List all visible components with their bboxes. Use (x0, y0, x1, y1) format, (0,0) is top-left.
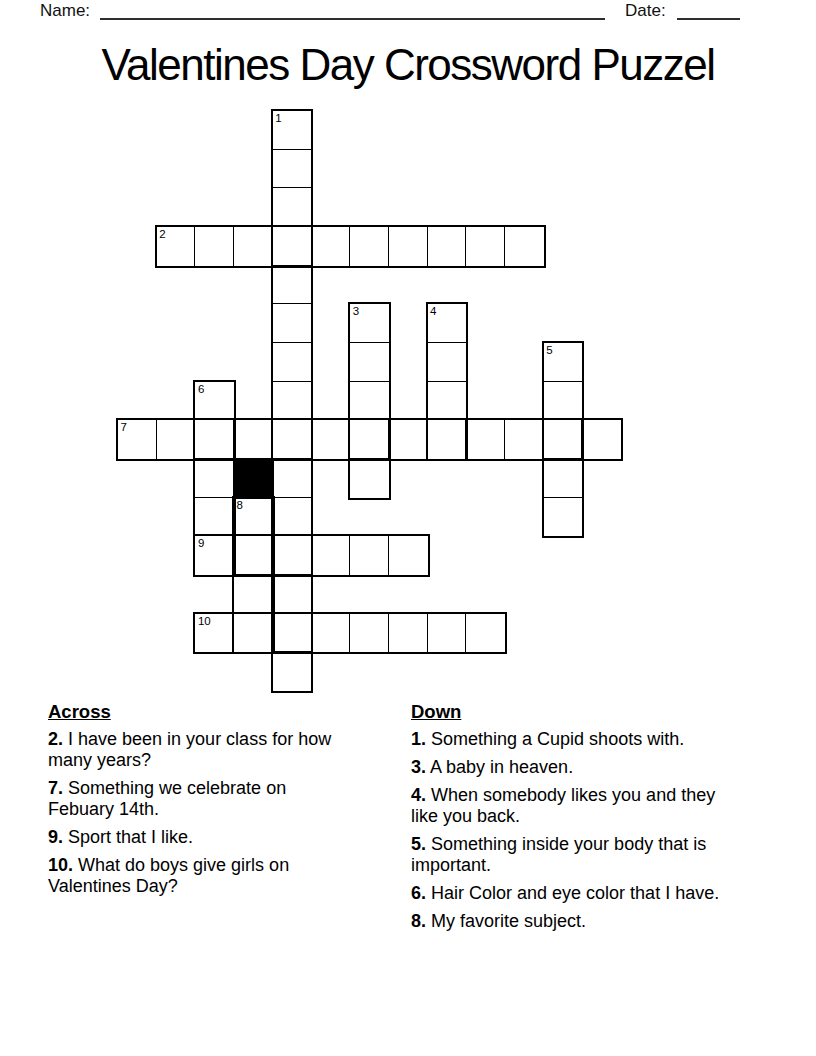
clue-down-5: 5. Something inside your body that is im… (411, 834, 738, 877)
grid-cell-4-13[interactable] (272, 613, 313, 654)
grid-cell-4-14[interactable] (272, 651, 313, 692)
clue-down-6: 6. Hair Color and eye color that I have. (411, 883, 738, 904)
grid-cell-8-7[interactable] (427, 381, 468, 422)
grid-cell-8-13[interactable] (427, 613, 468, 654)
grid-cell-4-6[interactable] (272, 342, 313, 383)
name-label: Name: (40, 1, 90, 21)
grid-cell-4-3[interactable] (272, 226, 313, 267)
grid-cell-3-11[interactable] (233, 535, 274, 576)
grid-cell-6-7[interactable] (349, 381, 390, 422)
grid-cell-6-8[interactable] (349, 419, 390, 460)
clue-down-1: 1. Something a Cupid shoots with. (411, 729, 738, 750)
grid-cell-7-3[interactable] (388, 226, 429, 267)
grid-cell-12-8[interactable] (581, 419, 622, 460)
grid-cell-4-0[interactable] (272, 110, 313, 151)
clue-number-label: 2. (48, 729, 63, 749)
grid-cell-2-7[interactable] (194, 381, 235, 422)
clue-number-label: 7. (48, 778, 63, 798)
grid-cell-4-9[interactable] (272, 458, 313, 499)
grid-cell-4-10[interactable] (272, 497, 313, 538)
grid-cell-4-8[interactable] (272, 419, 313, 460)
clue-number-label: 3. (411, 757, 426, 777)
grid-cell-10-3[interactable] (504, 226, 545, 267)
grid-cell-11-8[interactable] (543, 419, 584, 460)
across-clues-list: 2. I have been in your class for how man… (48, 729, 351, 898)
clue-down-3: 3. A baby in heaven. (411, 757, 738, 778)
grid-cell-8-5[interactable] (427, 303, 468, 344)
grid-cell-4-2[interactable] (272, 187, 313, 228)
clue-number-label: 6. (411, 883, 426, 903)
down-clues-list: 1. Something a Cupid shoots with.3. A ba… (411, 729, 738, 932)
grid-cell-10-8[interactable] (504, 419, 545, 460)
grid-cell-3-8[interactable] (233, 419, 274, 460)
grid-cell-6-6[interactable] (349, 342, 390, 383)
grid-cell-4-7[interactable] (272, 381, 313, 422)
grid-cell-4-1[interactable] (272, 149, 313, 190)
grid-cell-9-13[interactable] (465, 613, 506, 654)
grid-cell-2-8[interactable] (194, 419, 235, 460)
clue-down-8: 8. My favorite subject. (411, 911, 738, 932)
grid-cell-9-8[interactable] (465, 419, 506, 460)
grid-cell-7-11[interactable] (388, 535, 429, 576)
grid-cell-3-10[interactable] (233, 497, 274, 538)
grid-cell-8-6[interactable] (427, 342, 468, 383)
grid-cell-4-12[interactable] (272, 574, 313, 615)
clue-number-label: 5. (411, 834, 426, 854)
grid-cell-1-3[interactable] (156, 226, 197, 267)
blocked-cell (233, 458, 274, 499)
grid-cell-11-6[interactable] (543, 342, 584, 383)
date-label: Date: (625, 1, 666, 21)
grid-cell-5-8[interactable] (311, 419, 352, 460)
clue-number-label: 8. (411, 911, 426, 931)
grid-cell-8-8[interactable] (427, 419, 468, 460)
clue-across-9: 9. Sport that I like. (48, 827, 351, 848)
page-title: Valentines Day Crossword Puzzel (0, 40, 816, 90)
date-blank-line[interactable] (677, 18, 740, 20)
grid-cell-2-13[interactable] (194, 613, 235, 654)
grid-cell-6-9[interactable] (349, 458, 390, 499)
grid-cell-7-8[interactable] (388, 419, 429, 460)
grid-cell-7-13[interactable] (388, 613, 429, 654)
clue-across-7: 7. Something we celebrate on Febuary 14t… (48, 778, 351, 821)
clue-number-label: 9. (48, 827, 63, 847)
grid-cell-11-10[interactable] (543, 497, 584, 538)
grid-cell-3-13[interactable] (233, 613, 274, 654)
clue-number-label: 1. (411, 729, 426, 749)
down-heading: Down (411, 701, 738, 723)
down-clues-section: Down 1. Something a Cupid shoots with.3.… (411, 701, 738, 938)
grid-cell-4-4[interactable] (272, 265, 313, 306)
grid-cell-9-3[interactable] (465, 226, 506, 267)
grid-cell-8-3[interactable] (427, 226, 468, 267)
name-blank-line[interactable] (100, 18, 605, 20)
grid-cell-3-12[interactable] (233, 574, 274, 615)
grid-cell-3-3[interactable] (233, 226, 274, 267)
grid-cell-2-11[interactable] (194, 535, 235, 576)
grid-cell-5-11[interactable] (311, 535, 352, 576)
clue-number-label: 4. (411, 785, 426, 805)
grid-cell-2-3[interactable] (194, 226, 235, 267)
grid-cell-2-10[interactable] (194, 497, 235, 538)
grid-cell-11-9[interactable] (543, 458, 584, 499)
clue-number-label: 10. (48, 855, 73, 875)
clue-down-4: 4. When somebody likes you and they like… (411, 785, 738, 828)
grid-cell-0-8[interactable] (117, 419, 158, 460)
across-heading: Across (48, 701, 351, 723)
crossword-grid: 12345678910 (117, 110, 623, 692)
grid-cell-4-11[interactable] (272, 535, 313, 576)
clue-across-2: 2. I have been in your class for how man… (48, 729, 351, 772)
grid-cell-6-13[interactable] (349, 613, 390, 654)
grid-cell-5-3[interactable] (311, 226, 352, 267)
clue-across-10: 10. What do boys give girls on Valentine… (48, 855, 351, 898)
grid-cell-11-7[interactable] (543, 381, 584, 422)
grid-cell-6-3[interactable] (349, 226, 390, 267)
grid-cell-1-8[interactable] (156, 419, 197, 460)
grid-cell-2-9[interactable] (194, 458, 235, 499)
grid-cell-6-5[interactable] (349, 303, 390, 344)
grid-cell-5-13[interactable] (311, 613, 352, 654)
grid-cell-4-5[interactable] (272, 303, 313, 344)
grid-cell-6-11[interactable] (349, 535, 390, 576)
across-clues-section: Across 2. I have been in your class for … (48, 701, 351, 904)
